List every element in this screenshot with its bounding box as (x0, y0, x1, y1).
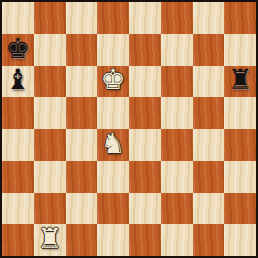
square-h2[interactable] (224, 193, 256, 225)
square-g3[interactable] (193, 161, 225, 193)
square-f3[interactable] (161, 161, 193, 193)
square-c6[interactable] (66, 66, 98, 98)
square-a7[interactable]: ♚ (2, 34, 34, 66)
square-h5[interactable] (224, 97, 256, 129)
square-f4[interactable] (161, 129, 193, 161)
square-h7[interactable] (224, 34, 256, 66)
square-a6[interactable]: ♝ (2, 66, 34, 98)
square-c1[interactable] (66, 224, 98, 256)
square-f5[interactable] (161, 97, 193, 129)
square-b8[interactable] (34, 2, 66, 34)
square-a4[interactable] (2, 129, 34, 161)
black-rook[interactable]: ♜ (228, 66, 253, 94)
square-e4[interactable] (129, 129, 161, 161)
black-bishop[interactable]: ♝ (5, 66, 30, 94)
square-b3[interactable] (34, 161, 66, 193)
square-g8[interactable] (193, 2, 225, 34)
square-c2[interactable] (66, 193, 98, 225)
square-d2[interactable] (97, 193, 129, 225)
square-f6[interactable] (161, 66, 193, 98)
board-frame: ♚♝♚♜♞♜ (0, 0, 258, 258)
square-b5[interactable] (34, 97, 66, 129)
square-a8[interactable] (2, 2, 34, 34)
black-king[interactable]: ♚ (5, 35, 30, 63)
square-a3[interactable] (2, 161, 34, 193)
square-b2[interactable] (34, 193, 66, 225)
square-c7[interactable] (66, 34, 98, 66)
square-h8[interactable] (224, 2, 256, 34)
square-a2[interactable] (2, 193, 34, 225)
chess-board: ♚♝♚♜♞♜ (2, 2, 256, 256)
square-h6[interactable]: ♜ (224, 66, 256, 98)
square-g2[interactable] (193, 193, 225, 225)
square-h3[interactable] (224, 161, 256, 193)
square-c5[interactable] (66, 97, 98, 129)
square-d6[interactable]: ♚ (97, 66, 129, 98)
white-rook[interactable]: ♜ (37, 225, 62, 253)
square-f2[interactable] (161, 193, 193, 225)
square-e1[interactable] (129, 224, 161, 256)
square-b7[interactable] (34, 34, 66, 66)
square-f7[interactable] (161, 34, 193, 66)
square-b4[interactable] (34, 129, 66, 161)
white-knight[interactable]: ♞ (101, 130, 126, 158)
square-e8[interactable] (129, 2, 161, 34)
square-d5[interactable] (97, 97, 129, 129)
square-c8[interactable] (66, 2, 98, 34)
white-king[interactable]: ♚ (101, 66, 126, 94)
square-e6[interactable] (129, 66, 161, 98)
square-g1[interactable] (193, 224, 225, 256)
square-h1[interactable] (224, 224, 256, 256)
square-a5[interactable] (2, 97, 34, 129)
square-a1[interactable] (2, 224, 34, 256)
square-c4[interactable] (66, 129, 98, 161)
square-b6[interactable] (34, 66, 66, 98)
square-c3[interactable] (66, 161, 98, 193)
square-g5[interactable] (193, 97, 225, 129)
square-d7[interactable] (97, 34, 129, 66)
square-e2[interactable] (129, 193, 161, 225)
square-f8[interactable] (161, 2, 193, 34)
square-h4[interactable] (224, 129, 256, 161)
square-d4[interactable]: ♞ (97, 129, 129, 161)
square-d8[interactable] (97, 2, 129, 34)
square-g6[interactable] (193, 66, 225, 98)
square-e7[interactable] (129, 34, 161, 66)
square-d3[interactable] (97, 161, 129, 193)
square-d1[interactable] (97, 224, 129, 256)
square-e3[interactable] (129, 161, 161, 193)
square-f1[interactable] (161, 224, 193, 256)
square-g7[interactable] (193, 34, 225, 66)
square-g4[interactable] (193, 129, 225, 161)
square-b1[interactable]: ♜ (34, 224, 66, 256)
square-e5[interactable] (129, 97, 161, 129)
